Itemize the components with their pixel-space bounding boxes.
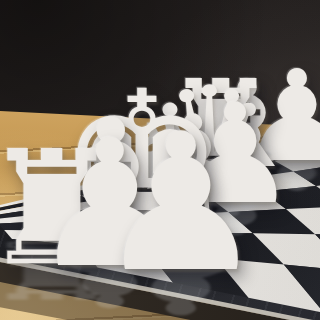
chess-set-photo: ♟♟♝♝♜♛♛♟♟♟♞♞♚♚♝♜♜♟♟♟♟ bbox=[0, 0, 320, 320]
piece-white-pawn-2[interactable]: ♟ bbox=[96, 109, 266, 299]
